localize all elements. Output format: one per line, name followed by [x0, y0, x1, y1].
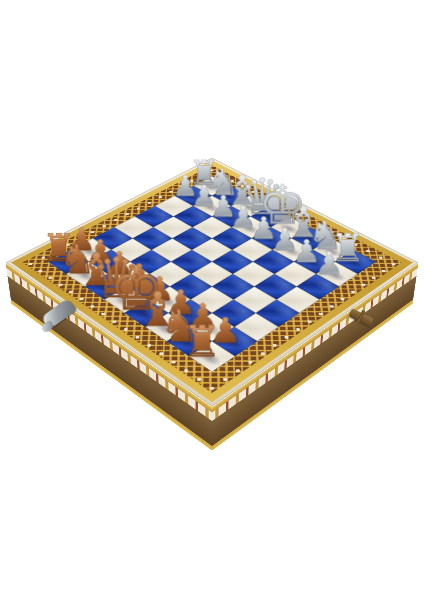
piece-white-rook: ♜	[183, 320, 222, 363]
chess-box-3d: ♜♞♝♛♚♝♞♜♟♟♟♟♟♟♟♟♟♟♟♟♟♟♟♟♜♞♝♛♚♝♞♜	[6, 158, 419, 407]
product-photo-scene: ♜♞♝♛♚♝♞♜♟♟♟♟♟♟♟♟♟♟♟♟♟♟♟♟♜♞♝♛♚♝♞♜	[0, 0, 424, 600]
board-top-face: ♜♞♝♛♚♝♞♜♟♟♟♟♟♟♟♟♟♟♟♟♟♟♟♟♜♞♝♛♚♝♞♜	[5, 158, 418, 407]
piece-black-pawn: ♟	[315, 248, 343, 280]
